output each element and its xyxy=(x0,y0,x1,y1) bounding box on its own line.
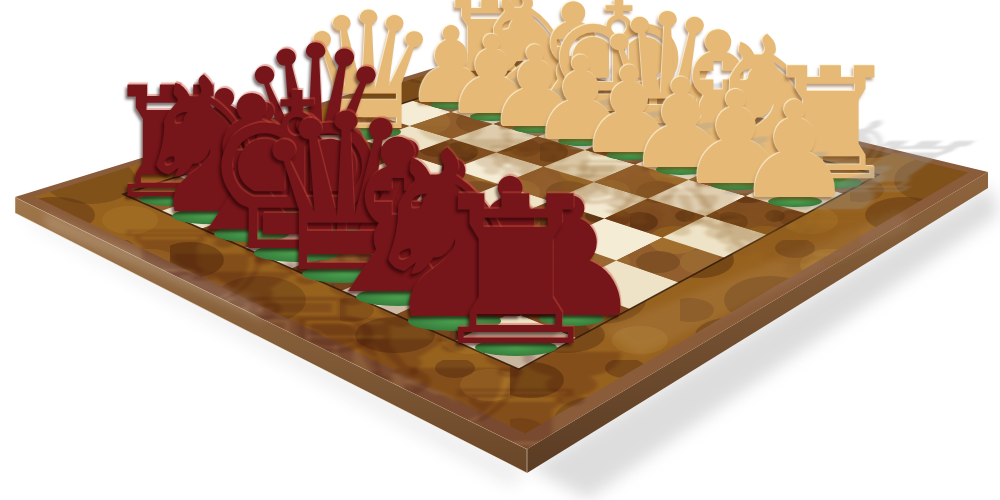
chess-board xyxy=(0,0,1000,500)
chess-set-product-photo: ♜♞♟♝♟♚♟♛♛♟♝♟♞♟♛♟♜♟♟♜♟♟♞♟♝♟♚♟♛♟♝♟♞♜ ♜♜♞♞♟… xyxy=(0,0,1000,500)
